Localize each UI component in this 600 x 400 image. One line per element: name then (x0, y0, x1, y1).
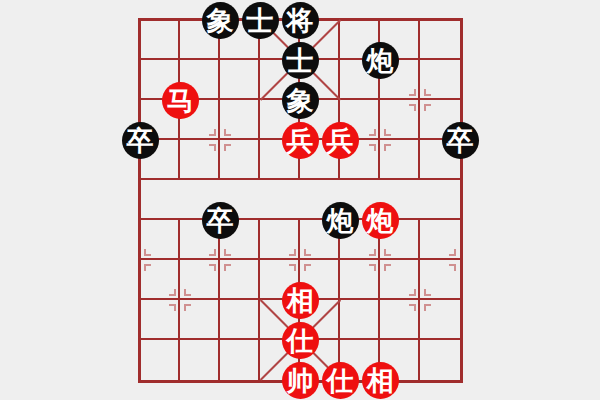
piece-black-elephant[interactable]: 象 (202, 2, 239, 39)
board-cell (220, 300, 260, 340)
piece-red-cannon[interactable]: 炮 (362, 202, 399, 239)
board-cell (140, 260, 180, 300)
piece-red-elephant[interactable]: 相 (282, 282, 319, 319)
board-cell (420, 20, 460, 60)
board-cell (180, 300, 220, 340)
board-cell (420, 220, 460, 260)
piece-black-soldier[interactable]: 卒 (122, 122, 159, 159)
board-cell (140, 220, 180, 260)
piece-red-soldier[interactable]: 兵 (322, 122, 359, 159)
piece-black-general[interactable]: 将 (282, 2, 319, 39)
board-cell (180, 340, 220, 380)
board-cell (180, 260, 220, 300)
board-cell (220, 340, 260, 380)
board-cell (220, 260, 260, 300)
board-cell (420, 300, 460, 340)
piece-black-cannon[interactable]: 炮 (362, 42, 399, 79)
board-cell (220, 60, 260, 100)
board-cell (420, 340, 460, 380)
board-cell (260, 220, 300, 260)
board-cell (140, 340, 180, 380)
xiangqi-app: 象士将士炮马象卒兵兵卒卒炮炮相仕帅仕相 (0, 0, 600, 400)
board-cell (380, 260, 420, 300)
river-cell (420, 180, 460, 220)
piece-black-elephant[interactable]: 象 (282, 82, 319, 119)
board-cell (380, 100, 420, 140)
piece-red-advisor[interactable]: 仕 (322, 362, 359, 399)
board-cell (420, 260, 460, 300)
board-cell (340, 260, 380, 300)
board-cell (140, 300, 180, 340)
piece-black-cannon[interactable]: 炮 (322, 202, 359, 239)
board-cell (380, 140, 420, 180)
piece-black-soldier[interactable]: 卒 (442, 122, 479, 159)
piece-red-elephant[interactable]: 相 (362, 362, 399, 399)
board-cell (420, 60, 460, 100)
river-cell (260, 180, 300, 220)
piece-red-horse[interactable]: 马 (162, 82, 199, 119)
board-cell (140, 20, 180, 60)
piece-black-advisor[interactable]: 士 (242, 2, 279, 39)
piece-red-general[interactable]: 帅 (282, 362, 319, 399)
board-cell (380, 300, 420, 340)
river-cell (140, 180, 180, 220)
piece-black-advisor[interactable]: 士 (282, 42, 319, 79)
piece-red-advisor[interactable]: 仕 (282, 322, 319, 359)
xiangqi-board[interactable]: 象士将士炮马象卒兵兵卒卒炮炮相仕帅仕相 (140, 20, 460, 380)
piece-black-soldier[interactable]: 卒 (202, 202, 239, 239)
board-cell (180, 140, 220, 180)
piece-red-soldier[interactable]: 兵 (282, 122, 319, 159)
board-cell (220, 100, 260, 140)
board-cell (340, 300, 380, 340)
board-cell (220, 140, 260, 180)
